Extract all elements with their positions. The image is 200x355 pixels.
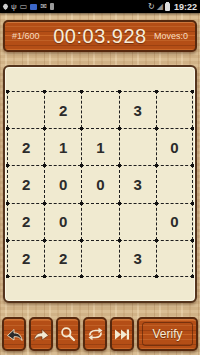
grid-cell-r5c5[interactable] <box>156 240 193 277</box>
status-right-icons: ↻ ◢ 19:22 <box>148 2 197 12</box>
redo-button[interactable] <box>29 317 53 351</box>
battery-icon <box>165 3 170 11</box>
slitherlink-grid[interactable]: 2 3 2 1 1 0 2 0 0 3 2 0 0 2 2 3 <box>7 91 193 277</box>
grid-cell-r5c1[interactable]: 2 <box>7 240 44 277</box>
timer-display: 00:03.928 <box>52 25 148 48</box>
grid-cell-r3c3[interactable]: 0 <box>81 165 118 202</box>
grid-cell-r1c4[interactable]: 3 <box>119 91 156 128</box>
app-window: ψ ▭ ✉ ↻ ◢ 19:22 #1/600 00:03.928 Moves:0… <box>0 0 200 355</box>
status-bar: ψ ▭ ✉ ↻ ◢ 19:22 <box>0 0 200 13</box>
grid-cell-r3c5[interactable] <box>156 165 193 202</box>
grid-cell-r5c3[interactable] <box>81 240 118 277</box>
restart-loop-icon <box>87 327 104 341</box>
laptop-icon: ▭ <box>20 2 28 11</box>
verify-button-label: Verify <box>152 327 182 341</box>
header-panel: #1/600 00:03.928 Moves:0 <box>3 20 197 52</box>
grid-cell-r1c5[interactable] <box>156 91 193 128</box>
grid-cell-r5c4[interactable]: 3 <box>119 240 156 277</box>
grid-cell-r3c1[interactable]: 2 <box>7 165 44 202</box>
restart-button[interactable] <box>83 317 107 351</box>
puzzle-board[interactable]: 2 3 2 1 1 0 2 0 0 3 2 0 0 2 2 3 <box>3 65 197 303</box>
grid-cell-r1c1[interactable] <box>7 91 44 128</box>
grid-cell-r3c2[interactable]: 0 <box>44 165 81 202</box>
data-sync-icon: ↻ <box>148 2 155 11</box>
skip-to-end-icon <box>114 328 130 341</box>
status-left-icons: ψ ▭ ✉ <box>3 2 148 11</box>
usb-icon: ψ <box>11 2 17 11</box>
location-pin-icon <box>2 3 9 10</box>
verify-button[interactable]: Verify <box>137 317 198 351</box>
redo-icon <box>33 327 50 342</box>
grid-cell-r2c3[interactable]: 1 <box>81 128 118 165</box>
grid-cell-r4c1[interactable]: 2 <box>7 203 44 240</box>
bottom-toolbar: Verify <box>2 317 198 351</box>
puzzle-index-label: #1/600 <box>12 31 52 41</box>
mail-icon: ✉ <box>40 2 47 11</box>
grid-cell-r1c3[interactable] <box>81 91 118 128</box>
grid-cell-r4c3[interactable] <box>81 203 118 240</box>
grid-cell-r4c5[interactable]: 0 <box>156 203 193 240</box>
undo-icon <box>6 327 23 342</box>
grid-cell-r4c2[interactable]: 0 <box>44 203 81 240</box>
grid-cell-r2c2[interactable]: 1 <box>44 128 81 165</box>
clock-text: 19:22 <box>174 2 197 12</box>
storage-icon <box>50 3 54 10</box>
app-notification-icon <box>30 4 37 10</box>
grid-cell-r2c5[interactable]: 0 <box>156 128 193 165</box>
moves-counter: Moves:0 <box>148 31 188 41</box>
grid-cell-r5c2[interactable]: 2 <box>44 240 81 277</box>
undo-button[interactable] <box>2 317 26 351</box>
grid-cell-r2c1[interactable]: 2 <box>7 128 44 165</box>
magnifier-icon <box>60 326 76 342</box>
skip-button[interactable] <box>110 317 134 351</box>
grid-cell-r3c4[interactable]: 3 <box>119 165 156 202</box>
grid-cell-r1c2[interactable]: 2 <box>44 91 81 128</box>
zoom-button[interactable] <box>56 317 80 351</box>
grid-cell-r4c4[interactable] <box>119 203 156 240</box>
grid-cell-r2c4[interactable] <box>119 128 156 165</box>
signal-icon: ◢ <box>157 2 163 11</box>
